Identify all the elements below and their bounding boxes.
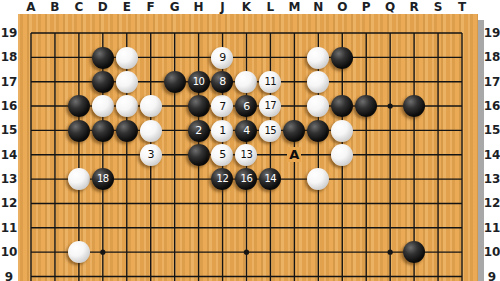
- stone-black-L13: 14: [258, 167, 282, 191]
- row-label-left-11: 11: [1, 221, 18, 235]
- stone-white: [116, 71, 138, 93]
- column-label-top-P: P: [362, 0, 371, 14]
- move-number: 1: [219, 125, 226, 136]
- stone-black-M15: [282, 118, 306, 142]
- stone-white-C13: [67, 167, 91, 191]
- column-label-top-A: A: [26, 0, 35, 14]
- move-11-stone-white: 11: [259, 71, 281, 93]
- stone-black: [92, 47, 114, 69]
- move-12-stone-black: 12: [211, 168, 233, 190]
- move-17-stone-white: 17: [259, 95, 281, 117]
- move-number: 10: [193, 77, 205, 87]
- row-label-left-18: 18: [1, 50, 18, 64]
- move-number: 4: [243, 125, 250, 136]
- stone-black-G17: [163, 70, 187, 94]
- column-label-top-G: G: [170, 0, 180, 14]
- stone-black-C16: [67, 94, 91, 118]
- stone-black-H14: [187, 143, 211, 167]
- stone-white-K14: 13: [234, 143, 258, 167]
- stone-white-N18: [306, 45, 330, 69]
- stone-black: [116, 120, 138, 142]
- stone-white-F15: [139, 118, 163, 142]
- stone-black-R16: [402, 94, 426, 118]
- row-label-right-15: 15: [484, 123, 500, 137]
- stone-black: [331, 47, 353, 69]
- move-14-stone-black: 14: [259, 168, 281, 190]
- move-16-stone-black: 16: [235, 168, 257, 190]
- stone-white-J14: 5: [211, 143, 235, 167]
- row-label-left-14: 14: [1, 148, 18, 162]
- move-1-stone-white: 1: [211, 120, 233, 142]
- stone-black: [188, 95, 210, 117]
- stone-black-N15: [306, 118, 330, 142]
- row-label-left-19: 19: [1, 26, 18, 40]
- row-label-right-16: 16: [484, 99, 500, 113]
- stone-black: [188, 144, 210, 166]
- stone-black-J17: 8: [211, 70, 235, 94]
- stone-black-O16: [330, 94, 354, 118]
- move-6-stone-black: 6: [235, 95, 257, 117]
- stone-black: [68, 120, 90, 142]
- stone-black-D17: [91, 70, 115, 94]
- go-diagram: 123456789101112131415161718A ABCDEFGHJKL…: [0, 0, 500, 281]
- stone-white-K17: [234, 70, 258, 94]
- row-label-left-10: 10: [1, 245, 18, 259]
- column-label-top-E: E: [123, 0, 131, 14]
- stone-black: [68, 95, 90, 117]
- column-label-top-T: T: [458, 0, 466, 14]
- stone-black-R10: [402, 240, 426, 264]
- column-label-top-H: H: [194, 0, 204, 14]
- row-label-left-17: 17: [1, 75, 18, 89]
- row-label-right-9: 9: [488, 270, 496, 281]
- column-label-top-Q: Q: [385, 0, 395, 14]
- column-label-top-L: L: [267, 0, 275, 14]
- row-label-left-16: 16: [1, 99, 18, 113]
- stone-black: [164, 71, 186, 93]
- move-5-stone-white: 5: [211, 144, 233, 166]
- stone-black: [92, 71, 114, 93]
- stone-black-E15: [115, 118, 139, 142]
- stone-white: [116, 95, 138, 117]
- stone-black-C15: [67, 118, 91, 142]
- stone-white-F16: [139, 94, 163, 118]
- stone-black-D15: [91, 118, 115, 142]
- stone-white: [307, 168, 329, 190]
- stone-white: [307, 71, 329, 93]
- stone-black-D13: 18: [91, 167, 115, 191]
- move-number: 8: [219, 76, 226, 87]
- stone-white: [68, 168, 90, 190]
- stone-white-L15: 15: [258, 118, 282, 142]
- stone-white-J16: 7: [211, 94, 235, 118]
- stone-white-D16: [91, 94, 115, 118]
- stone-black: [355, 95, 377, 117]
- stone-white: [116, 47, 138, 69]
- stone-black: [403, 241, 425, 263]
- column-label-top-C: C: [74, 0, 83, 14]
- move-10-stone-black: 10: [188, 71, 210, 93]
- row-label-left-12: 12: [1, 196, 18, 210]
- move-8-stone-black: 8: [211, 71, 233, 93]
- stone-white: [140, 95, 162, 117]
- stone-black: [403, 95, 425, 117]
- move-number: 3: [147, 149, 154, 160]
- column-label-top-O: O: [337, 0, 347, 14]
- row-label-right-14: 14: [484, 148, 500, 162]
- stone-white-O15: [330, 118, 354, 142]
- stone-white: [140, 120, 162, 142]
- move-number: 5: [219, 149, 226, 160]
- column-label-top-N: N: [313, 0, 323, 14]
- move-number: 9: [219, 52, 226, 63]
- stone-white: [331, 144, 353, 166]
- row-label-right-13: 13: [484, 172, 500, 186]
- move-number: 13: [241, 150, 253, 160]
- row-label-right-10: 10: [484, 245, 500, 259]
- row-label-left-15: 15: [1, 123, 18, 137]
- move-number: 18: [97, 174, 109, 184]
- row-label-right-19: 19: [484, 26, 500, 40]
- move-number: 6: [243, 101, 250, 112]
- stone-white-L16: 17: [258, 94, 282, 118]
- move-number: 11: [264, 77, 276, 87]
- column-label-top-B: B: [50, 0, 59, 14]
- stone-white-N16: [306, 94, 330, 118]
- stone-black-H17: 10: [187, 70, 211, 94]
- move-number: 12: [217, 174, 229, 184]
- row-label-right-12: 12: [484, 196, 500, 210]
- column-label-top-J: J: [220, 0, 224, 14]
- column-label-top-S: S: [434, 0, 443, 14]
- move-3-stone-white: 3: [140, 144, 162, 166]
- row-label-left-13: 13: [1, 172, 18, 186]
- stone-black-H16: [187, 94, 211, 118]
- move-2-stone-black: 2: [188, 120, 210, 142]
- move-13-stone-white: 13: [235, 144, 257, 166]
- stone-white-O14: [330, 143, 354, 167]
- go-board[interactable]: 123456789101112131415161718A: [19, 21, 474, 281]
- move-number: 16: [241, 174, 253, 184]
- move-number: 2: [195, 125, 202, 136]
- stone-white-N17: [306, 70, 330, 94]
- stone-white-F14: 3: [139, 143, 163, 167]
- stone-white: [307, 47, 329, 69]
- stone-black: [283, 120, 305, 142]
- stone-black: [331, 95, 353, 117]
- stone-white-E16: [115, 94, 139, 118]
- stone-black-O18: [330, 45, 354, 69]
- stone-white-L17: 11: [258, 70, 282, 94]
- stone-black-K15: 4: [234, 118, 258, 142]
- move-18-stone-black: 18: [92, 168, 114, 190]
- stone-white: [235, 71, 257, 93]
- row-label-right-17: 17: [484, 75, 500, 89]
- row-label-right-18: 18: [484, 50, 500, 64]
- annotation-A: A: [282, 143, 306, 167]
- stone-black-K16: 6: [234, 94, 258, 118]
- stone-black: [307, 120, 329, 142]
- row-label-left-9: 9: [5, 270, 13, 281]
- move-15-stone-white: 15: [259, 120, 281, 142]
- stone-white: [92, 95, 114, 117]
- move-number: 7: [219, 101, 226, 112]
- move-number: 17: [264, 101, 276, 111]
- move-number: 14: [264, 174, 276, 184]
- stone-white-C10: [67, 240, 91, 264]
- stone-white: [68, 241, 90, 263]
- column-label-top-K: K: [242, 0, 251, 14]
- move-4-stone-black: 4: [235, 120, 257, 142]
- stone-white-J18: 9: [211, 45, 235, 69]
- stone-black-P16: [354, 94, 378, 118]
- stone-black: [92, 120, 114, 142]
- move-7-stone-white: 7: [211, 95, 233, 117]
- column-label-top-M: M: [288, 0, 300, 14]
- stone-white: [307, 95, 329, 117]
- stone-white-N13: [306, 167, 330, 191]
- move-9-stone-white: 9: [211, 47, 233, 69]
- stone-white: [331, 120, 353, 142]
- stone-black-H15: 2: [187, 118, 211, 142]
- row-label-right-11: 11: [484, 221, 500, 235]
- stone-black-K13: 16: [234, 167, 258, 191]
- stone-white-J15: 1: [211, 118, 235, 142]
- stone-white-E17: [115, 70, 139, 94]
- stone-black-D18: [91, 45, 115, 69]
- stone-white-E18: [115, 45, 139, 69]
- move-number: 15: [264, 126, 276, 136]
- annotation-label: A: [287, 147, 301, 162]
- column-label-top-R: R: [409, 0, 418, 14]
- column-label-top-D: D: [98, 0, 108, 14]
- stone-black-J13: 12: [211, 167, 235, 191]
- column-label-top-F: F: [147, 0, 155, 14]
